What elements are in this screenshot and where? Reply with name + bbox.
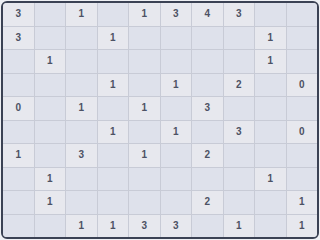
cell-r4c1[interactable]: [3, 74, 34, 97]
cell-r3c1[interactable]: [3, 50, 34, 73]
cell-r6c1[interactable]: [3, 121, 34, 144]
cell-r3c5[interactable]: [129, 50, 150, 73]
cell-r1c1[interactable]: 3: [3, 3, 34, 26]
cell-r4c2[interactable]: [35, 74, 66, 97]
puzzle-grid: 31134331111112001131130131211121113311: [3, 3, 150, 150]
cell-r1c3[interactable]: 1: [66, 3, 97, 26]
cell-r6c3[interactable]: [66, 121, 97, 144]
puzzle-board: 31134331111112001131130131211121113311: [1, 1, 150, 150]
cell-r4c3[interactable]: [66, 74, 97, 97]
cell-r5c1[interactable]: 0: [3, 97, 34, 120]
cell-r5c3[interactable]: 1: [66, 97, 97, 120]
cell-r7c4[interactable]: [98, 144, 129, 150]
cell-r2c4[interactable]: 1: [98, 27, 129, 50]
cell-r3c2[interactable]: 1: [35, 50, 66, 73]
cell-r7c2[interactable]: [35, 144, 66, 150]
cell-r5c2[interactable]: [35, 97, 66, 120]
cell-r7c1[interactable]: 1: [3, 144, 34, 150]
cell-r2c3[interactable]: [66, 27, 97, 50]
cell-r5c4[interactable]: [98, 97, 129, 120]
cell-r1c4[interactable]: [98, 3, 129, 26]
cell-r6c5[interactable]: [129, 121, 150, 144]
cell-r1c2[interactable]: [35, 3, 66, 26]
cell-r1c5[interactable]: 1: [129, 3, 150, 26]
cell-r2c5[interactable]: [129, 27, 150, 50]
cell-r7c3[interactable]: 3: [66, 144, 97, 150]
cell-r6c2[interactable]: [35, 121, 66, 144]
cell-r2c1[interactable]: 3: [3, 27, 34, 50]
cell-r5c5[interactable]: 1: [129, 97, 150, 120]
cell-r2c2[interactable]: [35, 27, 66, 50]
cell-r3c4[interactable]: [98, 50, 129, 73]
cell-r7c5[interactable]: 1: [129, 144, 150, 150]
cell-r4c5[interactable]: [129, 74, 150, 97]
cell-r6c4[interactable]: 1: [98, 121, 129, 144]
cell-r4c4[interactable]: 1: [98, 74, 129, 97]
cell-r3c3[interactable]: [66, 50, 97, 73]
